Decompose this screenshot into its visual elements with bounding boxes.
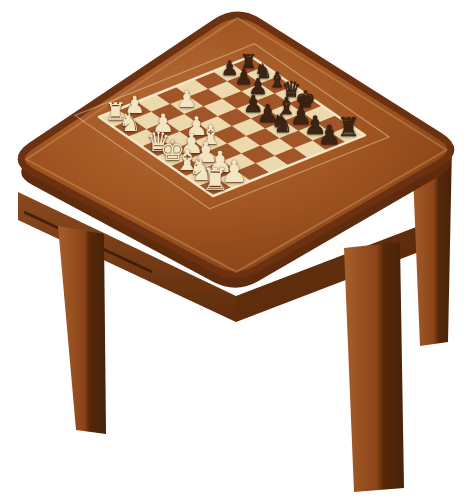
piece-black-pawn-h7[interactable]: ♟ <box>318 122 342 149</box>
piece-white-pawn-b4[interactable]: ♟ <box>177 89 198 112</box>
piece-black-knight-f6[interactable]: ♞ <box>271 111 294 136</box>
table-leg-front-right <box>344 242 404 492</box>
table-leg-left <box>58 226 106 434</box>
piece-white-knight-b1[interactable]: ♞ <box>119 110 142 135</box>
piece-white-rook-h1[interactable]: ♜ <box>202 164 230 195</box>
product-photo-chess-table: ♜♞♛♚♝♞♜♟♟♟♟♟♟♟♝♟♜♞♝♛♚♜♟♟♟♝♟♟♟♟♟♞ <box>0 0 471 500</box>
